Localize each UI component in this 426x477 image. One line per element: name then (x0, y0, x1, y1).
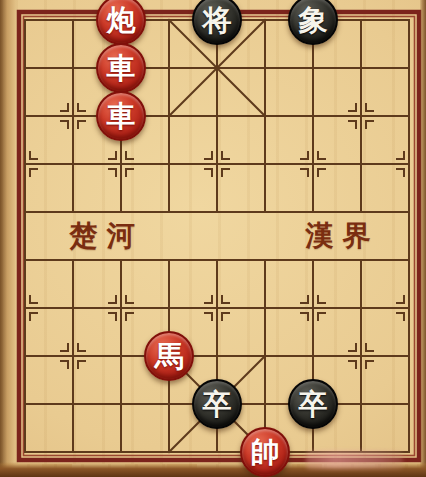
black-soldier-1[interactable]: 卒 (192, 379, 242, 429)
black-soldier-2[interactable]: 卒 (288, 379, 338, 429)
red-chariot-2[interactable]: 車 (96, 91, 146, 141)
black-general[interactable]: 将 (192, 0, 242, 45)
red-cannon[interactable]: 炮 (96, 0, 146, 45)
pieces-grid[interactable]: 炮将象車車馬卒卒帥 (1, 0, 426, 476)
xiangqi-board: 楚河 漢界 炮将象車車馬卒卒帥 (0, 0, 426, 477)
red-general[interactable]: 帥 (240, 427, 290, 477)
red-chariot-1[interactable]: 車 (96, 43, 146, 93)
red-horse[interactable]: 馬 (144, 331, 194, 381)
black-elephant[interactable]: 象 (288, 0, 338, 45)
